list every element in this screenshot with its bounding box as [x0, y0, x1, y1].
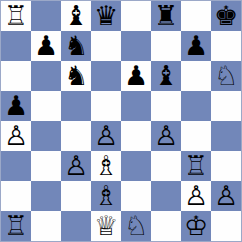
- square-d1[interactable]: ♕: [91, 211, 121, 241]
- white-rook-piece[interactable]: ♖: [4, 2, 28, 29]
- white-bishop-piece[interactable]: ♗: [94, 152, 118, 179]
- white-pawn-piece[interactable]: ♙: [154, 122, 178, 149]
- square-a5[interactable]: ♟: [1, 91, 31, 121]
- white-knight-piece[interactable]: ♘: [124, 212, 148, 239]
- black-king-piece[interactable]: ♚: [214, 2, 238, 29]
- square-f2[interactable]: [151, 181, 181, 211]
- black-knight-piece[interactable]: ♞: [64, 62, 88, 89]
- white-rook-piece[interactable]: ♖: [4, 212, 28, 239]
- square-d5[interactable]: [91, 91, 121, 121]
- square-d6[interactable]: [91, 61, 121, 91]
- square-g6[interactable]: [181, 61, 211, 91]
- black-bishop-piece[interactable]: ♝: [64, 2, 88, 29]
- square-b7[interactable]: ♟: [31, 31, 61, 61]
- square-c1[interactable]: [61, 211, 91, 241]
- white-pawn-piece[interactable]: ♙: [184, 182, 208, 209]
- square-b8[interactable]: [31, 1, 61, 31]
- black-pawn-piece[interactable]: ♟: [4, 92, 28, 119]
- square-d2[interactable]: ♗: [91, 181, 121, 211]
- square-h2[interactable]: ♙: [211, 181, 241, 211]
- white-rook-piece[interactable]: ♖: [184, 152, 208, 179]
- square-g1[interactable]: ♔: [181, 211, 211, 241]
- square-c6[interactable]: ♞: [61, 61, 91, 91]
- white-knight-piece[interactable]: ♘: [214, 62, 238, 89]
- square-h5[interactable]: [211, 91, 241, 121]
- square-a7[interactable]: [1, 31, 31, 61]
- black-pawn-piece[interactable]: ♟: [184, 32, 208, 59]
- black-pawn-piece[interactable]: ♟: [34, 32, 58, 59]
- square-h6[interactable]: ♘: [211, 61, 241, 91]
- square-d8[interactable]: ♛: [91, 1, 121, 31]
- square-f8[interactable]: ♜: [151, 1, 181, 31]
- square-b5[interactable]: [31, 91, 61, 121]
- square-f4[interactable]: ♙: [151, 121, 181, 151]
- square-h4[interactable]: [211, 121, 241, 151]
- square-g2[interactable]: ♙: [181, 181, 211, 211]
- square-d3[interactable]: ♗: [91, 151, 121, 181]
- square-c2[interactable]: [61, 181, 91, 211]
- square-b2[interactable]: [31, 181, 61, 211]
- square-b6[interactable]: [31, 61, 61, 91]
- black-pawn-piece[interactable]: ♟: [124, 62, 148, 89]
- square-a3[interactable]: [1, 151, 31, 181]
- square-f7[interactable]: [151, 31, 181, 61]
- square-h8[interactable]: ♚: [211, 1, 241, 31]
- white-pawn-piece[interactable]: ♙: [214, 182, 238, 209]
- black-bishop-piece[interactable]: ♝: [154, 62, 178, 89]
- square-e3[interactable]: [121, 151, 151, 181]
- white-pawn-piece[interactable]: ♙: [4, 122, 28, 149]
- square-a4[interactable]: ♙: [1, 121, 31, 151]
- square-e5[interactable]: [121, 91, 151, 121]
- black-knight-piece[interactable]: ♞: [64, 32, 88, 59]
- white-queen-piece[interactable]: ♕: [94, 212, 118, 239]
- square-g5[interactable]: [181, 91, 211, 121]
- square-b4[interactable]: [31, 121, 61, 151]
- square-f3[interactable]: [151, 151, 181, 181]
- square-g8[interactable]: [181, 1, 211, 31]
- square-a1[interactable]: ♖: [1, 211, 31, 241]
- white-king-piece[interactable]: ♔: [184, 212, 208, 239]
- chess-board: ♖♝♛♜♚♟♞♟♞♟♝♘♟♙♙♙♙♗♖♗♙♙♖♕♘♔: [0, 0, 242, 242]
- square-h3[interactable]: [211, 151, 241, 181]
- square-f1[interactable]: [151, 211, 181, 241]
- square-b3[interactable]: [31, 151, 61, 181]
- square-e2[interactable]: [121, 181, 151, 211]
- square-c7[interactable]: ♞: [61, 31, 91, 61]
- square-c3[interactable]: ♙: [61, 151, 91, 181]
- square-f6[interactable]: ♝: [151, 61, 181, 91]
- square-a2[interactable]: [1, 181, 31, 211]
- square-a6[interactable]: [1, 61, 31, 91]
- square-d4[interactable]: ♙: [91, 121, 121, 151]
- black-rook-piece[interactable]: ♜: [154, 2, 178, 29]
- white-pawn-piece[interactable]: ♙: [94, 122, 118, 149]
- square-a8[interactable]: ♖: [1, 1, 31, 31]
- square-e8[interactable]: [121, 1, 151, 31]
- square-f5[interactable]: [151, 91, 181, 121]
- square-b1[interactable]: [31, 211, 61, 241]
- square-e6[interactable]: ♟: [121, 61, 151, 91]
- square-e1[interactable]: ♘: [121, 211, 151, 241]
- white-bishop-piece[interactable]: ♗: [94, 182, 118, 209]
- square-c8[interactable]: ♝: [61, 1, 91, 31]
- square-g3[interactable]: ♖: [181, 151, 211, 181]
- square-g7[interactable]: ♟: [181, 31, 211, 61]
- square-c4[interactable]: [61, 121, 91, 151]
- black-queen-piece[interactable]: ♛: [94, 2, 118, 29]
- square-h1[interactable]: [211, 211, 241, 241]
- square-e4[interactable]: [121, 121, 151, 151]
- square-g4[interactable]: [181, 121, 211, 151]
- square-d7[interactable]: [91, 31, 121, 61]
- square-e7[interactable]: [121, 31, 151, 61]
- square-c5[interactable]: [61, 91, 91, 121]
- square-h7[interactable]: [211, 31, 241, 61]
- white-pawn-piece[interactable]: ♙: [64, 152, 88, 179]
